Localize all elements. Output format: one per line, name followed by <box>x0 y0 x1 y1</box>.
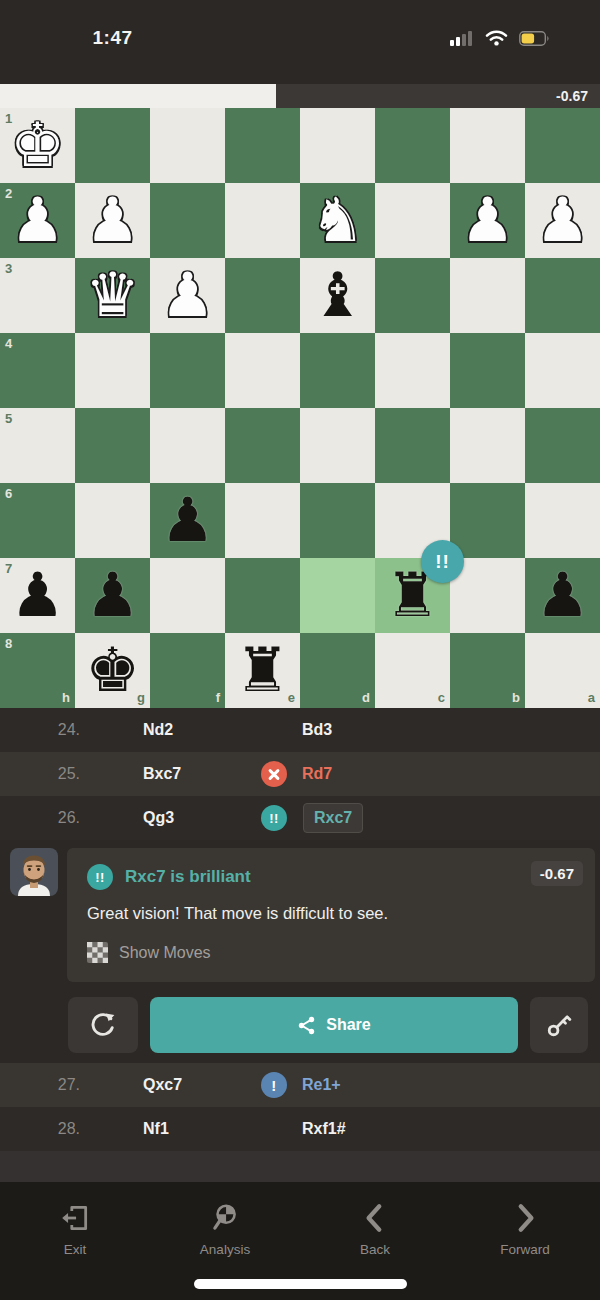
square-f4[interactable] <box>150 333 225 408</box>
brilliant-move-icon: !! <box>87 864 113 890</box>
evaluation-bar-white-portion <box>0 84 276 108</box>
battery-icon <box>519 31 550 46</box>
square-f5[interactable] <box>150 408 225 483</box>
refresh-icon <box>88 1010 118 1040</box>
analysis-label: Analysis <box>200 1242 250 1257</box>
square-g1[interactable] <box>75 108 150 183</box>
square-d5[interactable] <box>300 408 375 483</box>
file-label-a: a <box>588 691 595 704</box>
square-f7[interactable] <box>150 558 225 633</box>
avatar <box>10 848 58 896</box>
coach-comment-section: !! Rxc7 is brilliant -0.67 Great vision!… <box>0 848 600 982</box>
rank-label-6: 6 <box>5 487 12 500</box>
square-e1[interactable] <box>225 108 300 183</box>
white-pawn-f3[interactable]: ♟ <box>150 258 225 333</box>
square-g6[interactable] <box>75 483 150 558</box>
key-icon <box>546 1012 572 1038</box>
move-list-empty-row <box>0 1151 600 1182</box>
square-b2[interactable]: ♟ <box>450 183 525 258</box>
square-f1[interactable] <box>150 108 225 183</box>
square-f3[interactable]: ♟ <box>150 258 225 333</box>
square-a6[interactable] <box>525 483 600 558</box>
square-c5[interactable] <box>375 408 450 483</box>
move-row-28[interactable]: 28.Nf1Rxf1# <box>0 1107 600 1151</box>
white-pawn-h2[interactable]: ♟ <box>0 183 75 258</box>
back-label: Back <box>360 1242 390 1257</box>
square-g7[interactable]: ♟ <box>75 558 150 633</box>
move-number: 28. <box>0 1120 80 1138</box>
show-moves-button[interactable]: Show Moves <box>87 942 211 963</box>
square-g8[interactable]: ♚g <box>75 633 150 708</box>
status-bar: 1:47 <box>0 0 600 84</box>
key-button[interactable] <box>530 997 588 1053</box>
square-g2[interactable]: ♟ <box>75 183 150 258</box>
white-queen-g3[interactable]: ♛ <box>75 258 150 333</box>
share-icon <box>297 1016 316 1035</box>
square-c2[interactable] <box>375 183 450 258</box>
white-knight-d2[interactable]: ♞ <box>300 183 375 258</box>
square-f2[interactable] <box>150 183 225 258</box>
rank-label-8: 8 <box>5 637 12 650</box>
comment-body: Great vision! That move is difficult to … <box>87 904 388 923</box>
mini-board-icon <box>87 942 108 963</box>
brilliant-badge-on-board: !! <box>421 540 464 583</box>
black-move-Rxf1#[interactable]: Rxf1# <box>302 1120 346 1138</box>
square-a2[interactable]: ♟ <box>525 183 600 258</box>
square-h1[interactable]: 1♚ <box>0 108 75 183</box>
black-pawn-h7[interactable]: ♟ <box>0 558 75 633</box>
square-d4[interactable] <box>300 333 375 408</box>
show-moves-label: Show Moves <box>119 944 211 962</box>
back-button[interactable]: Back <box>300 1202 450 1257</box>
white-pawn-b2[interactable]: ♟ <box>450 183 525 258</box>
square-c3[interactable] <box>375 258 450 333</box>
comment-card: !! Rxc7 is brilliant -0.67 Great vision!… <box>67 848 595 982</box>
move-icon-slot: !! <box>261 805 287 831</box>
cellular-signal-icon <box>450 30 474 46</box>
chevron-left-icon <box>359 1202 391 1234</box>
black-move-Re1+[interactable]: Re1+ <box>302 1076 341 1094</box>
black-pawn-a7[interactable]: ♟ <box>525 558 600 633</box>
square-d8[interactable]: d <box>300 633 375 708</box>
evaluation-score: -0.67 <box>556 84 588 108</box>
clock-time: 1:47 <box>55 27 170 49</box>
file-label-f: f <box>216 691 220 704</box>
square-b4[interactable] <box>450 333 525 408</box>
white-move-Bxc7[interactable]: Bxc7 <box>143 765 261 783</box>
square-g5[interactable] <box>75 408 150 483</box>
square-b1[interactable] <box>450 108 525 183</box>
square-h7[interactable]: 7♟ <box>0 558 75 633</box>
white-move-Qg3[interactable]: Qg3 <box>143 809 261 827</box>
square-e7[interactable] <box>225 558 300 633</box>
move-row-27[interactable]: 27.Qxc7!Re1+ <box>0 1063 600 1107</box>
move-icon-slot <box>261 1116 287 1142</box>
rank-label-3: 3 <box>5 262 12 275</box>
square-h5[interactable]: 5 <box>0 408 75 483</box>
square-g3[interactable]: ♛ <box>75 258 150 333</box>
retry-button[interactable] <box>68 997 138 1053</box>
square-a7[interactable]: ♟ <box>525 558 600 633</box>
great-move-icon: ! <box>261 1072 287 1098</box>
white-move-Qxc7[interactable]: Qxc7 <box>143 1076 261 1094</box>
black-pawn-f6[interactable]: ♟ <box>150 483 225 558</box>
square-f8[interactable]: f <box>150 633 225 708</box>
rank-label-4: 4 <box>5 337 12 350</box>
square-e6[interactable] <box>225 483 300 558</box>
black-move-Rd7[interactable]: Rd7 <box>302 765 332 783</box>
move-icon-slot <box>261 761 287 787</box>
move-number: 24. <box>0 721 80 739</box>
white-king-h1[interactable]: ♚ <box>0 108 75 183</box>
file-label-d: d <box>362 691 370 704</box>
square-b5[interactable] <box>450 408 525 483</box>
analysis-icon <box>209 1202 241 1234</box>
white-pawn-a2[interactable]: ♟ <box>525 183 600 258</box>
black-move-Rxc7[interactable]: Rxc7 <box>303 803 363 833</box>
square-c1[interactable] <box>375 108 450 183</box>
move-number: 26. <box>0 809 80 827</box>
white-move-Nf1[interactable]: Nf1 <box>143 1120 261 1138</box>
square-d7[interactable] <box>300 558 375 633</box>
chess-board[interactable]: 1♚2♟♟♞♟♟3♛♟♝456♟7♟♟♜♟8h♚gf♜edcba!! <box>0 108 600 708</box>
evaluation-badge: -0.67 <box>531 861 583 886</box>
white-pawn-g2[interactable]: ♟ <box>75 183 150 258</box>
square-d2[interactable]: ♞ <box>300 183 375 258</box>
square-h2[interactable]: 2♟ <box>0 183 75 258</box>
square-d6[interactable] <box>300 483 375 558</box>
exit-button[interactable]: Exit <box>0 1202 150 1257</box>
black-move-Bd3[interactable]: Bd3 <box>302 721 332 739</box>
square-d3[interactable]: ♝ <box>300 258 375 333</box>
square-h3[interactable]: 3 <box>0 258 75 333</box>
square-a8[interactable]: a <box>525 633 600 708</box>
share-button[interactable]: Share <box>150 997 518 1053</box>
black-pawn-g7[interactable]: ♟ <box>75 558 150 633</box>
square-e3[interactable] <box>225 258 300 333</box>
move-icon-slot: ! <box>261 1072 287 1098</box>
square-c8[interactable]: c <box>375 633 450 708</box>
exit-icon <box>59 1202 91 1234</box>
square-h4[interactable]: 4 <box>0 333 75 408</box>
move-number: 27. <box>0 1076 80 1094</box>
square-d1[interactable] <box>300 108 375 183</box>
file-label-g: g <box>137 691 145 704</box>
square-e4[interactable] <box>225 333 300 408</box>
file-label-h: h <box>62 691 70 704</box>
comment-title: Rxc7 is brilliant <box>125 867 251 887</box>
move-row-24[interactable]: 24.Nd2Bd3 <box>0 708 600 752</box>
square-c4[interactable] <box>375 333 450 408</box>
black-bishop-d3[interactable]: ♝ <box>300 258 375 333</box>
square-e8[interactable]: ♜e <box>225 633 300 708</box>
file-label-e: e <box>288 691 295 704</box>
forward-label: Forward <box>500 1242 550 1257</box>
forward-button[interactable]: Forward <box>450 1202 600 1257</box>
share-button-label: Share <box>326 1016 370 1034</box>
analysis-button[interactable]: Analysis <box>150 1202 300 1257</box>
square-e5[interactable] <box>225 408 300 483</box>
move-list-bottom: 27.Qxc7!Re1+28.Nf1Rxf1# <box>0 1063 600 1151</box>
square-a4[interactable] <box>525 333 600 408</box>
square-h6[interactable]: 6 <box>0 483 75 558</box>
action-buttons-row: Share <box>0 997 600 1053</box>
move-number: 25. <box>0 765 80 783</box>
square-e2[interactable] <box>225 183 300 258</box>
square-f6[interactable]: ♟ <box>150 483 225 558</box>
file-label-b: b <box>512 691 520 704</box>
square-h8[interactable]: 8h <box>0 633 75 708</box>
move-icon-slot <box>261 717 287 743</box>
move-list-top: 24.Nd2Bd325.Bxc7Rd726.Qg3!!Rxc7 <box>0 708 600 840</box>
square-b6[interactable] <box>450 483 525 558</box>
exit-label: Exit <box>64 1242 87 1257</box>
square-a1[interactable] <box>525 108 600 183</box>
wifi-icon <box>485 30 508 46</box>
square-b8[interactable]: b <box>450 633 525 708</box>
white-move-Nd2[interactable]: Nd2 <box>143 721 261 739</box>
rank-label-5: 5 <box>5 412 12 425</box>
chevron-right-icon <box>509 1202 541 1234</box>
file-label-c: c <box>438 691 445 704</box>
brilliant-move-icon: !! <box>261 805 287 831</box>
evaluation-bar: -0.67 <box>0 84 600 108</box>
square-g4[interactable] <box>75 333 150 408</box>
square-b3[interactable] <box>450 258 525 333</box>
square-a5[interactable] <box>525 408 600 483</box>
move-row-26[interactable]: 26.Qg3!!Rxc7 <box>0 796 600 840</box>
home-indicator[interactable] <box>194 1279 407 1289</box>
square-a3[interactable] <box>525 258 600 333</box>
move-row-25[interactable]: 25.Bxc7Rd7 <box>0 752 600 796</box>
miss-move-icon <box>261 761 287 787</box>
